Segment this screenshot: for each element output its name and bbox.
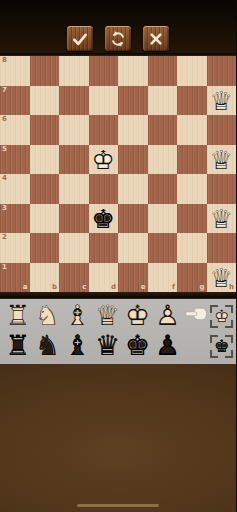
square-e5[interactable] <box>118 145 148 175</box>
square-e3[interactable] <box>118 204 148 234</box>
square-d4[interactable] <box>89 174 119 204</box>
square-d8[interactable] <box>89 56 119 86</box>
home-indicator[interactable] <box>77 504 159 507</box>
square-h1[interactable]: h♛♕ <box>207 263 237 293</box>
square-g7[interactable] <box>177 86 207 116</box>
square-a7[interactable]: 7 <box>0 86 30 116</box>
square-f7[interactable] <box>148 86 178 116</box>
rank-label-2: 2 <box>2 234 7 241</box>
square-g1[interactable]: g <box>177 263 207 293</box>
square-h5[interactable]: ♛♕ <box>207 145 237 175</box>
palette-black-king[interactable]: ♚♔ <box>123 331 152 361</box>
cancel-button[interactable] <box>143 26 169 51</box>
white-queen-h3: ♛♕ <box>207 204 237 234</box>
black-king-d3: ♚♔ <box>89 204 119 234</box>
screen: 87♛♕65♚♔♛♕43♚♔♛♕21abcdefgh♛♕ ♜♖♞♘♝♗♛♕♚♔♟… <box>0 0 236 512</box>
hand-pointer-tool[interactable] <box>183 303 209 329</box>
square-e2[interactable] <box>118 233 148 263</box>
square-c1[interactable]: c <box>59 263 89 293</box>
square-c3[interactable] <box>59 204 89 234</box>
white-queen-h1: ♛♕ <box>207 263 237 293</box>
chess-board: 87♛♕65♚♔♛♕43♚♔♛♕21abcdefgh♛♕ <box>0 56 236 292</box>
file-label-b: b <box>52 284 57 291</box>
square-g2[interactable] <box>177 233 207 263</box>
palette-row-black: ♜♖♞♘♝♗♛♕♚♔♟♙♚♔ <box>3 331 233 361</box>
rank-label-8: 8 <box>2 57 7 64</box>
square-h4[interactable] <box>207 174 237 204</box>
rank-label-3: 3 <box>2 205 7 212</box>
square-h3[interactable]: ♛♕ <box>207 204 237 234</box>
square-f4[interactable] <box>148 174 178 204</box>
square-b1[interactable]: b <box>30 263 60 293</box>
square-b2[interactable] <box>30 233 60 263</box>
square-c5[interactable] <box>59 145 89 175</box>
square-f1[interactable]: f <box>148 263 178 293</box>
palette-row-white: ♜♖♞♘♝♗♛♕♚♔♟♙♚♔ <box>3 301 233 331</box>
file-label-e: e <box>141 284 146 291</box>
square-e4[interactable] <box>118 174 148 204</box>
check-icon <box>71 30 89 48</box>
rotate-board-button[interactable] <box>105 26 131 51</box>
palette-black-rook[interactable]: ♜♖ <box>3 331 32 361</box>
palette-white-bishop[interactable]: ♝♗ <box>63 301 92 331</box>
square-b7[interactable] <box>30 86 60 116</box>
square-b5[interactable] <box>30 145 60 175</box>
square-a8[interactable]: 8 <box>0 56 30 86</box>
white-queen-h5: ♛♕ <box>207 145 237 175</box>
square-a1[interactable]: 1a <box>0 263 30 293</box>
palette-white-knight[interactable]: ♞♘ <box>33 301 62 331</box>
palette-white-king[interactable]: ♚♔ <box>123 301 152 331</box>
square-f2[interactable] <box>148 233 178 263</box>
white-king-frame-button[interactable]: ♚♔ <box>210 305 233 328</box>
white-king-icon: ♚♔ <box>210 305 233 328</box>
rank-label-4: 4 <box>2 175 7 182</box>
square-f3[interactable] <box>148 204 178 234</box>
square-c7[interactable] <box>59 86 89 116</box>
file-label-f: f <box>172 284 175 291</box>
square-g8[interactable] <box>177 56 207 86</box>
square-h6[interactable] <box>207 115 237 145</box>
square-f6[interactable] <box>148 115 178 145</box>
square-d7[interactable] <box>89 86 119 116</box>
black-king-frame-button[interactable]: ♚♔ <box>210 335 233 358</box>
square-b3[interactable] <box>30 204 60 234</box>
bottom-panel <box>0 364 236 512</box>
palette-black-bishop[interactable]: ♝♗ <box>63 331 92 361</box>
palette-black-pawn[interactable]: ♟♙ <box>153 331 182 361</box>
square-e1[interactable]: e <box>118 263 148 293</box>
file-label-c: c <box>82 284 86 291</box>
piece-palette: ♜♖♞♘♝♗♛♕♚♔♟♙♚♔ ♜♖♞♘♝♗♛♕♚♔♟♙♚♔ <box>0 298 236 364</box>
rotate-icon <box>109 30 127 48</box>
square-a6[interactable]: 6 <box>0 115 30 145</box>
square-c4[interactable] <box>59 174 89 204</box>
square-c8[interactable] <box>59 56 89 86</box>
square-h7[interactable]: ♛♕ <box>207 86 237 116</box>
square-c2[interactable] <box>59 233 89 263</box>
palette-black-queen[interactable]: ♛♕ <box>93 331 122 361</box>
square-a3[interactable]: 3 <box>0 204 30 234</box>
square-d3[interactable]: ♚♔ <box>89 204 119 234</box>
white-king-d5: ♚♔ <box>89 145 119 175</box>
square-f5[interactable] <box>148 145 178 175</box>
square-g4[interactable] <box>177 174 207 204</box>
palette-white-rook[interactable]: ♜♖ <box>3 301 32 331</box>
square-d6[interactable] <box>89 115 119 145</box>
rank-label-7: 7 <box>2 87 7 94</box>
square-a5[interactable]: 5 <box>0 145 30 175</box>
palette-spacer <box>183 333 209 359</box>
palette-white-pawn[interactable]: ♟♙ <box>153 301 182 331</box>
rank-label-1: 1 <box>2 264 7 271</box>
file-label-a: a <box>23 284 28 291</box>
hand-icon <box>185 306 207 326</box>
square-h8[interactable] <box>207 56 237 86</box>
palette-black-knight[interactable]: ♞♘ <box>33 331 62 361</box>
file-label-g: g <box>199 284 204 291</box>
white-queen-h7: ♛♕ <box>207 86 237 116</box>
top-toolbar <box>0 0 236 53</box>
square-d2[interactable] <box>89 233 119 263</box>
square-d1[interactable]: d <box>89 263 119 293</box>
black-king-icon: ♚♔ <box>210 335 233 358</box>
confirm-button[interactable] <box>67 26 93 51</box>
square-b6[interactable] <box>30 115 60 145</box>
square-e6[interactable] <box>118 115 148 145</box>
square-g3[interactable] <box>177 204 207 234</box>
palette-white-queen[interactable]: ♛♕ <box>93 301 122 331</box>
rank-label-5: 5 <box>2 146 7 153</box>
square-h2[interactable] <box>207 233 237 263</box>
square-g5[interactable] <box>177 145 207 175</box>
square-b4[interactable] <box>30 174 60 204</box>
close-icon <box>148 31 164 47</box>
square-e8[interactable] <box>118 56 148 86</box>
rank-label-6: 6 <box>2 116 7 123</box>
square-b8[interactable] <box>30 56 60 86</box>
square-e7[interactable] <box>118 86 148 116</box>
file-label-d: d <box>111 284 116 291</box>
square-c6[interactable] <box>59 115 89 145</box>
square-d5[interactable]: ♚♔ <box>89 145 119 175</box>
square-a4[interactable]: 4 <box>0 174 30 204</box>
square-g6[interactable] <box>177 115 207 145</box>
square-a2[interactable]: 2 <box>0 233 30 263</box>
square-f8[interactable] <box>148 56 178 86</box>
